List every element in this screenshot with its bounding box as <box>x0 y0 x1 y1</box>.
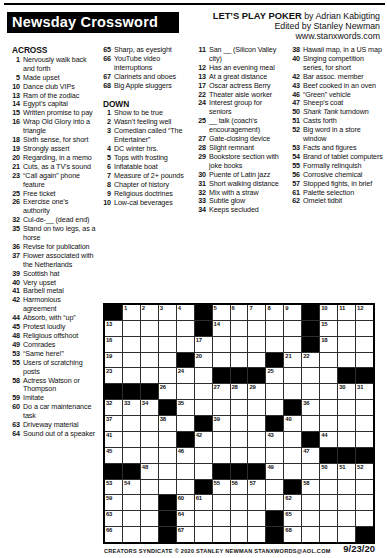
cell-r15c13[interactable] <box>320 527 337 542</box>
clue-number: 1 <box>98 109 114 118</box>
cell-r15c5[interactable]: 67 <box>177 527 194 542</box>
cell-r11c11[interactable] <box>284 464 301 479</box>
cell-number: 57 <box>249 480 255 487</box>
cell-r14c15[interactable] <box>356 511 373 526</box>
clue-down-62: 62Omelet tidbit <box>287 197 385 206</box>
cell-r3c6[interactable]: 17 <box>195 337 212 352</box>
cell-r2c10[interactable] <box>266 321 283 336</box>
cell-number: 32 <box>106 400 112 407</box>
cell-r15c11[interactable]: 68 <box>284 527 301 542</box>
cell-r12c4[interactable] <box>159 480 176 495</box>
cell-r7c14[interactable] <box>338 400 355 415</box>
cell-r3c15[interactable] <box>356 337 373 352</box>
cell-number: 31 <box>357 384 363 391</box>
cell-r11c14[interactable]: 51 <box>338 464 355 479</box>
cell-r1c10[interactable]: 8 <box>266 305 283 320</box>
cell-r4c9[interactable] <box>248 353 265 368</box>
cell-r2c7[interactable]: 14 <box>213 321 230 336</box>
cell-r14c13[interactable] <box>320 511 337 526</box>
cell-r11c10[interactable]: 49 <box>266 464 283 479</box>
cell-r5c13[interactable] <box>320 368 337 383</box>
cell-r9c8[interactable] <box>231 432 248 447</box>
cell-r9c15[interactable] <box>356 432 373 447</box>
cell-r5c9-black <box>248 368 265 383</box>
cell-r10c15-black <box>356 448 373 463</box>
cell-r11c2-black <box>123 464 140 479</box>
cell-r1c3[interactable]: 2 <box>141 305 158 320</box>
cell-r6c4[interactable]: 26 <box>159 384 176 399</box>
cell-r5c7-black <box>213 368 230 383</box>
clue-across-55: 55Users of scratching posts <box>7 359 96 377</box>
cell-r1c5[interactable]: 4 <box>177 305 194 320</box>
cell-number: 44 <box>321 432 327 439</box>
cell-r4c14[interactable] <box>338 353 355 368</box>
cell-r14c7[interactable] <box>213 511 230 526</box>
clue-number: 58 <box>7 377 23 395</box>
cell-r13c12[interactable] <box>302 495 319 510</box>
cell-r2c15[interactable] <box>356 321 373 336</box>
cell-r1c15[interactable]: 12 <box>356 305 373 320</box>
clue-text: “Call again” phone feature <box>23 172 96 190</box>
cell-r8c10-black <box>266 416 283 431</box>
cell-r9c14[interactable] <box>338 432 355 447</box>
cell-r7c12[interactable]: 36 <box>302 400 319 415</box>
title-block: LET’S PLAY POKER by Adrian Kabigting Edi… <box>213 11 380 41</box>
cell-r13c14[interactable] <box>338 495 355 510</box>
cell-number: 43 <box>267 432 273 439</box>
cell-r10c11[interactable] <box>284 448 301 463</box>
cell-r5c11[interactable] <box>284 368 301 383</box>
cell-r1c8[interactable]: 6 <box>231 305 248 320</box>
cell-number: 41 <box>106 432 112 439</box>
cell-r9c7[interactable] <box>213 432 230 447</box>
cell-r3c3[interactable] <box>141 337 158 352</box>
cell-r3c7[interactable] <box>213 337 230 352</box>
cell-r14c3[interactable] <box>141 511 158 526</box>
cell-number: 8 <box>267 305 270 312</box>
cell-r6c15[interactable]: 31 <box>356 384 373 399</box>
cell-r14c12[interactable] <box>302 511 319 526</box>
cell-r2c1[interactable]: 13 <box>105 321 122 336</box>
cell-number: 2 <box>142 305 145 312</box>
cell-r13c4-black <box>159 495 176 510</box>
cell-r15c7[interactable] <box>213 527 230 542</box>
clue-text: Interest group for seniors <box>209 99 285 117</box>
cell-r9c11[interactable] <box>284 432 301 447</box>
cell-r3c11[interactable] <box>284 337 301 352</box>
top-rule <box>4 3 385 5</box>
cell-r4c2[interactable] <box>123 353 140 368</box>
cell-r7c9[interactable] <box>248 400 265 415</box>
clue-across-64: 64Sound out of a speaker <box>7 430 96 439</box>
cell-r12c10[interactable] <box>266 480 283 495</box>
cell-r3c9[interactable] <box>248 337 265 352</box>
cell-r8c7[interactable]: 39 <box>213 416 230 431</box>
cell-r13c10[interactable] <box>266 495 283 510</box>
clue-down-40: 40Singing competition series, for short <box>287 55 385 73</box>
cell-number: 55 <box>214 480 220 487</box>
cell-r9c5-black <box>177 432 194 447</box>
cell-r15c4-black <box>159 527 176 542</box>
cell-r4c15[interactable] <box>356 353 373 368</box>
cell-r13c6[interactable]: 61 <box>195 495 212 510</box>
cell-r1c9[interactable]: 7 <box>248 305 265 320</box>
cell-r14c4-black <box>159 511 176 526</box>
cell-r12c14[interactable] <box>338 480 355 495</box>
cell-r7c5[interactable]: 35 <box>177 400 194 415</box>
cell-r15c2[interactable] <box>123 527 140 542</box>
cell-r11c6[interactable] <box>195 464 212 479</box>
cell-r13c5[interactable]: 60 <box>177 495 194 510</box>
clue-text: Actress Watson or Thompson <box>23 377 96 395</box>
cell-r13c13[interactable] <box>320 495 337 510</box>
cell-r14c14[interactable] <box>338 511 355 526</box>
cell-r13c8[interactable] <box>231 495 248 510</box>
cell-r3c13[interactable]: 18 <box>320 337 337 352</box>
cell-r3c4[interactable] <box>159 337 176 352</box>
cell-number: 56 <box>232 480 238 487</box>
clue-text: Exercise one’s authority <box>23 198 96 216</box>
cell-r9c9[interactable] <box>248 432 265 447</box>
cell-number: 47 <box>303 448 309 455</box>
cell-r15c9[interactable] <box>248 527 265 542</box>
cell-r4c10-black <box>266 353 283 368</box>
cell-r11c9-black <box>248 464 265 479</box>
cell-r3c5[interactable] <box>177 337 194 352</box>
cell-r11c13[interactable]: 50 <box>320 464 337 479</box>
cell-r1c7[interactable]: 5 <box>213 305 230 320</box>
cell-r7c2[interactable]: 33 <box>123 400 140 415</box>
cell-r14c1[interactable]: 63 <box>105 511 122 526</box>
cell-number: 5 <box>214 305 217 312</box>
cell-r5c10[interactable]: 25 <box>266 368 283 383</box>
cell-r1c2[interactable]: 1 <box>123 305 140 320</box>
clue-number: 42 <box>7 296 23 314</box>
cell-r10c8[interactable] <box>231 448 248 463</box>
brand-banner: Newsday Crossword <box>7 12 179 33</box>
cell-r10c13-black <box>320 448 337 463</box>
clue-text: Nervously walk back and forth <box>23 56 96 74</box>
clue-number: 5 <box>98 154 114 163</box>
cell-r12c9[interactable]: 57 <box>248 480 265 495</box>
cell-r8c15[interactable] <box>356 416 373 431</box>
cell-r2c5[interactable] <box>177 321 194 336</box>
cell-number: 21 <box>285 353 291 360</box>
cell-number: 39 <box>214 416 220 423</box>
cell-r15c3[interactable] <box>141 527 158 542</box>
clue-number: 16 <box>7 118 23 136</box>
clue-number: 52 <box>287 126 303 144</box>
cell-r8c4[interactable]: 38 <box>159 416 176 431</box>
cell-r6c7[interactable]: 27 <box>213 384 230 399</box>
cell-r1c11[interactable]: 9 <box>284 305 301 320</box>
cell-r4c7[interactable] <box>213 353 230 368</box>
cell-r1c1-black <box>105 305 122 320</box>
cell-r5c1[interactable]: 23 <box>105 368 122 383</box>
clue-number: 35 <box>7 225 23 243</box>
cell-r7c15[interactable] <box>356 400 373 415</box>
cell-r10c9[interactable] <box>248 448 265 463</box>
cell-number: 59 <box>106 495 112 502</box>
cell-r5c12[interactable] <box>302 368 319 383</box>
cell-r8c2[interactable] <box>123 416 140 431</box>
cell-r9c13[interactable]: 44 <box>320 432 337 447</box>
cell-r4c11[interactable]: 21 <box>284 353 301 368</box>
cell-number: 35 <box>178 400 184 407</box>
cell-r10c4[interactable] <box>159 448 176 463</box>
cell-r8c5[interactable] <box>177 416 194 431</box>
crossword-page: Newsday Crossword LET’S PLAY POKER by Ad… <box>0 0 387 558</box>
cell-number: 19 <box>106 353 112 360</box>
cell-number: 22 <box>303 353 309 360</box>
cell-r3c2[interactable] <box>123 337 140 352</box>
cell-r10c14-black <box>338 448 355 463</box>
cell-r8c11[interactable]: 40 <box>284 416 301 431</box>
cell-r9c1[interactable]: 41 <box>105 432 122 447</box>
cell-r12c5[interactable] <box>177 480 194 495</box>
cell-r4c3[interactable] <box>141 353 158 368</box>
cell-r9c3[interactable] <box>141 432 158 447</box>
cell-number: 7 <box>249 305 252 312</box>
cell-r9c10[interactable]: 43 <box>266 432 283 447</box>
clue-number: 68 <box>98 82 114 91</box>
cell-r6c11[interactable] <box>284 384 301 399</box>
clue-column-3: 11San __ (Silicon Valley city)12Has an e… <box>193 46 285 215</box>
cell-number: 25 <box>267 368 273 375</box>
cell-number: 66 <box>106 527 112 534</box>
brand-title: Newsday Crossword <box>12 14 158 30</box>
cell-r12c15[interactable] <box>356 480 373 495</box>
cell-r1c4[interactable]: 3 <box>159 305 176 320</box>
cell-r4c5-black <box>177 353 194 368</box>
cell-r2c12-black <box>302 321 319 336</box>
clue-down-34: 34Keeps secluded <box>193 206 285 215</box>
cell-number: 30 <box>339 384 345 391</box>
clue-down-10: 10Low-cal beverages <box>98 199 190 208</box>
cell-r7c3[interactable]: 34 <box>141 400 158 415</box>
clue-number: 66 <box>98 55 114 73</box>
clue-text: Big Apple sluggers <box>114 82 190 91</box>
cell-r8c12[interactable] <box>302 416 319 431</box>
cell-r6c3-black <box>141 384 158 399</box>
cell-number: 52 <box>357 464 363 471</box>
cell-r13c1[interactable]: 59 <box>105 495 122 510</box>
cell-number: 34 <box>142 400 148 407</box>
clue-number: 7 <box>98 172 114 181</box>
cell-r9c4[interactable] <box>159 432 176 447</box>
cell-r11c8-black <box>231 464 248 479</box>
cell-r8c8[interactable] <box>231 416 248 431</box>
cell-number: 12 <box>357 305 363 312</box>
cell-r6c5[interactable] <box>177 384 194 399</box>
cell-r10c3[interactable] <box>141 448 158 463</box>
cell-r7c7[interactable] <box>213 400 230 415</box>
cell-r12c13[interactable] <box>320 480 337 495</box>
clue-number: 34 <box>193 206 209 215</box>
clue-number: 23 <box>7 172 23 190</box>
clue-number: 29 <box>193 153 209 171</box>
cell-r12c12[interactable]: 58 <box>302 480 319 495</box>
cell-r12c2[interactable]: 54 <box>123 480 140 495</box>
cell-number: 10 <box>321 305 327 312</box>
cell-r2c14[interactable] <box>338 321 355 336</box>
cell-r11c1-black <box>105 464 122 479</box>
cell-r2c3[interactable] <box>141 321 158 336</box>
cell-r10c2[interactable] <box>123 448 140 463</box>
cell-r15c14[interactable] <box>338 527 355 542</box>
cell-r2c4[interactable] <box>159 321 176 336</box>
cell-r5c6[interactable] <box>195 368 212 383</box>
cell-r2c11[interactable] <box>284 321 301 336</box>
cell-r7c13[interactable] <box>320 400 337 415</box>
clue-across-16: 16Wrap Old Glory into a triangle <box>7 118 96 136</box>
cell-r12c11-black <box>284 480 301 495</box>
cell-number: 11 <box>339 305 345 312</box>
cell-number: 15 <box>321 321 327 328</box>
cell-r6c2-black <box>123 384 140 399</box>
cell-r13c11[interactable]: 62 <box>284 495 301 510</box>
cell-r4c6[interactable]: 20 <box>195 353 212 368</box>
cell-r15c8[interactable] <box>231 527 248 542</box>
cell-r10c5[interactable]: 46 <box>177 448 194 463</box>
cell-r13c7[interactable] <box>213 495 230 510</box>
cell-r13c15[interactable] <box>356 495 373 510</box>
clue-number: 62 <box>287 197 303 206</box>
cell-r2c13[interactable]: 15 <box>320 321 337 336</box>
clue-text: Singing competition series, for short <box>303 55 385 73</box>
cell-r13c9[interactable] <box>248 495 265 510</box>
clue-text: Stand on two legs, as a horse <box>23 225 96 243</box>
cell-number: 67 <box>178 527 184 534</box>
clue-across-66: 66YouTube video interruptions <box>98 55 190 73</box>
clue-across-37: 37Flower associated with the Netherlands <box>7 252 96 270</box>
cell-r11c5[interactable] <box>177 464 194 479</box>
cell-r10c1[interactable]: 45 <box>105 448 122 463</box>
cell-r15c6[interactable] <box>195 527 212 542</box>
cell-r8c13[interactable] <box>320 416 337 431</box>
cell-r14c9[interactable] <box>248 511 265 526</box>
cell-r6c9[interactable]: 29 <box>248 384 265 399</box>
cell-r4c12[interactable]: 22 <box>302 353 319 368</box>
cell-r1c6-black <box>195 305 212 320</box>
cell-number: 68 <box>285 527 291 534</box>
cell-r12c8[interactable]: 56 <box>231 480 248 495</box>
cell-r5c15-black <box>356 368 373 383</box>
cell-r8c3[interactable] <box>141 416 158 431</box>
cell-number: 26 <box>160 384 166 391</box>
cell-r2c2[interactable] <box>123 321 140 336</box>
cell-r4c4[interactable] <box>159 353 176 368</box>
puzzle-title: LET’S PLAY POKER <box>213 10 302 21</box>
cell-r11c12[interactable] <box>302 464 319 479</box>
cell-r3c8[interactable] <box>231 337 248 352</box>
cell-r8c14[interactable] <box>338 416 355 431</box>
cell-r1c13[interactable]: 10 <box>320 305 337 320</box>
clue-number: 1 <box>7 56 23 74</box>
cell-r2c8[interactable] <box>231 321 248 336</box>
cell-number: 49 <box>267 464 273 471</box>
clue-text: Omelet tidbit <box>303 197 385 206</box>
cell-r15c15-black <box>356 527 373 542</box>
clue-number: 40 <box>287 55 303 73</box>
cell-r12c7[interactable]: 55 <box>213 480 230 495</box>
cell-r11c15[interactable]: 52 <box>356 464 373 479</box>
cell-r10c12[interactable]: 47 <box>302 448 319 463</box>
cell-r14c8[interactable] <box>231 511 248 526</box>
cell-r7c6[interactable] <box>195 400 212 415</box>
cell-r12c3[interactable] <box>141 480 158 495</box>
cell-number: 29 <box>249 384 255 391</box>
cell-r6c6[interactable] <box>195 384 212 399</box>
cell-r12c1[interactable]: 53 <box>105 480 122 495</box>
cell-r6c14[interactable]: 30 <box>338 384 355 399</box>
cell-r3c10[interactable] <box>266 337 283 352</box>
clue-text: Do a car maintenance task <box>23 403 96 421</box>
cell-r13c3[interactable] <box>141 495 158 510</box>
cell-r6c8[interactable]: 28 <box>231 384 248 399</box>
cell-r14c5[interactable]: 64 <box>177 511 194 526</box>
cell-r5c3[interactable] <box>141 368 158 383</box>
cell-number: 63 <box>106 511 112 518</box>
cell-number: 64 <box>178 511 184 518</box>
cell-r10c10[interactable] <box>266 448 283 463</box>
cell-r9c2[interactable] <box>123 432 140 447</box>
cell-r3c1[interactable]: 16 <box>105 337 122 352</box>
cell-r10c7[interactable] <box>213 448 230 463</box>
date-label: 9/23/20 <box>343 543 375 554</box>
cell-r11c4[interactable] <box>159 464 176 479</box>
cell-r10c6[interactable] <box>195 448 212 463</box>
clue-down-29: 29Bookstore section with joke books <box>193 153 285 171</box>
website-link: www.stanxwords.com <box>213 32 380 42</box>
cell-r5c5[interactable]: 24 <box>177 368 194 383</box>
cell-r15c1[interactable]: 66 <box>105 527 122 542</box>
cell-r6c13[interactable] <box>320 384 337 399</box>
cell-r3c14[interactable] <box>338 337 355 352</box>
cell-r8c9[interactable] <box>248 416 265 431</box>
cell-number: 9 <box>285 305 288 312</box>
cell-r7c8[interactable] <box>231 400 248 415</box>
cell-number: 37 <box>106 416 112 423</box>
clue-across-1: 1Nervously walk back and forth <box>7 56 96 74</box>
cell-r9c6[interactable]: 42 <box>195 432 212 447</box>
cell-r14c2[interactable] <box>123 511 140 526</box>
cell-r7c1[interactable]: 32 <box>105 400 122 415</box>
cell-r11c3[interactable]: 48 <box>141 464 158 479</box>
cell-r1c14[interactable]: 11 <box>338 305 355 320</box>
cell-r4c8[interactable] <box>231 353 248 368</box>
cell-r4c1[interactable]: 19 <box>105 353 122 368</box>
clue-across-42: 42Harmonious agreement <box>7 296 96 314</box>
cell-r6c10[interactable] <box>266 384 283 399</box>
cell-r4c13[interactable] <box>320 353 337 368</box>
cell-r5c4[interactable] <box>159 368 176 383</box>
clue-number: 3 <box>98 127 114 145</box>
cell-r15c12[interactable] <box>302 527 319 542</box>
cell-r13c2[interactable] <box>123 495 140 510</box>
clue-text: San __ (Silicon Valley city) <box>209 46 285 64</box>
cell-r8c1[interactable]: 37 <box>105 416 122 431</box>
cell-r7c10[interactable] <box>266 400 283 415</box>
cell-r5c2[interactable] <box>123 368 140 383</box>
cell-number: 45 <box>106 448 112 455</box>
cell-number: 28 <box>232 384 238 391</box>
cell-r14c6[interactable] <box>195 511 212 526</box>
cell-r5c8-black <box>231 368 248 383</box>
cell-r6c12[interactable] <box>302 384 319 399</box>
cell-r2c9[interactable] <box>248 321 265 336</box>
cell-r14c11[interactable]: 65 <box>284 511 301 526</box>
